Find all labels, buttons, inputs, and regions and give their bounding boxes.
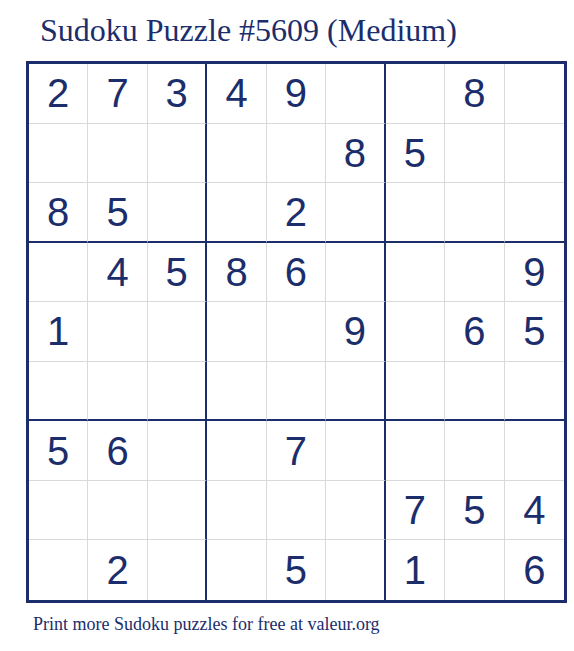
cell-r3c9-empty [505, 183, 564, 243]
cell-r3c4-empty [207, 183, 266, 243]
cell-r7c7-empty [386, 421, 445, 481]
cell-r4c8-empty [445, 243, 504, 303]
cell-r6c3-empty [148, 362, 207, 422]
footer-text: Print more Sudoku puzzles for free at va… [33, 614, 380, 635]
cell-r9c6-empty [326, 540, 385, 600]
cell-r3c8-empty [445, 183, 504, 243]
cell-r5c7-empty [386, 302, 445, 362]
cell-r2c5-empty [267, 124, 326, 184]
cell-r9c7-given: 1 [386, 540, 445, 600]
cell-r1c6-empty [326, 64, 385, 124]
cell-r2c6-given: 8 [326, 124, 385, 184]
cell-r7c8-empty [445, 421, 504, 481]
cell-r2c1-empty [29, 124, 88, 184]
cell-r8c9-given: 4 [505, 481, 564, 541]
cell-r2c3-empty [148, 124, 207, 184]
cell-r7c9-empty [505, 421, 564, 481]
cell-r7c1-given: 5 [29, 421, 88, 481]
cell-r4c7-empty [386, 243, 445, 303]
cell-r3c2-given: 5 [88, 183, 147, 243]
cell-r5c1-given: 1 [29, 302, 88, 362]
cell-r1c4-given: 4 [207, 64, 266, 124]
cell-r8c8-given: 5 [445, 481, 504, 541]
cell-r6c4-empty [207, 362, 266, 422]
cell-r8c4-empty [207, 481, 266, 541]
cell-r4c6-empty [326, 243, 385, 303]
cell-r5c4-empty [207, 302, 266, 362]
cell-r6c1-empty [29, 362, 88, 422]
cell-r4c4-given: 8 [207, 243, 266, 303]
cell-r4c1-empty [29, 243, 88, 303]
page-title: Sudoku Puzzle #5609 (Medium) [40, 12, 457, 49]
cell-r2c7-given: 5 [386, 124, 445, 184]
cell-r7c6-empty [326, 421, 385, 481]
cell-r2c2-empty [88, 124, 147, 184]
cell-r5c8-given: 6 [445, 302, 504, 362]
cell-r9c9-given: 6 [505, 540, 564, 600]
cell-r7c3-empty [148, 421, 207, 481]
cell-r2c8-empty [445, 124, 504, 184]
cell-r6c5-empty [267, 362, 326, 422]
cell-r1c8-given: 8 [445, 64, 504, 124]
cell-r6c7-empty [386, 362, 445, 422]
cell-r6c2-empty [88, 362, 147, 422]
cell-r2c4-empty [207, 124, 266, 184]
cell-r8c3-empty [148, 481, 207, 541]
cell-r7c2-given: 6 [88, 421, 147, 481]
cell-r9c1-empty [29, 540, 88, 600]
cell-r8c7-given: 7 [386, 481, 445, 541]
sudoku-board: 273498858524586919655677542516 [26, 61, 567, 603]
cell-r9c3-empty [148, 540, 207, 600]
cell-r6c8-empty [445, 362, 504, 422]
cell-r2c9-empty [505, 124, 564, 184]
cell-r4c2-given: 4 [88, 243, 147, 303]
cell-r6c9-empty [505, 362, 564, 422]
cell-r1c1-given: 2 [29, 64, 88, 124]
cell-r3c6-empty [326, 183, 385, 243]
cell-r1c7-empty [386, 64, 445, 124]
cell-r1c5-given: 9 [267, 64, 326, 124]
cell-r5c5-empty [267, 302, 326, 362]
cell-r8c1-empty [29, 481, 88, 541]
cell-r3c1-given: 8 [29, 183, 88, 243]
cell-r8c6-empty [326, 481, 385, 541]
cell-r4c5-given: 6 [267, 243, 326, 303]
cell-r4c9-given: 9 [505, 243, 564, 303]
cell-r8c2-empty [88, 481, 147, 541]
cell-r1c9-empty [505, 64, 564, 124]
cell-r6c6-empty [326, 362, 385, 422]
cell-r1c2-given: 7 [88, 64, 147, 124]
cell-r9c8-empty [445, 540, 504, 600]
cell-r9c2-given: 2 [88, 540, 147, 600]
cell-r5c2-empty [88, 302, 147, 362]
cell-r7c5-given: 7 [267, 421, 326, 481]
cell-r3c5-given: 2 [267, 183, 326, 243]
cell-r8c5-empty [267, 481, 326, 541]
cell-r5c9-given: 5 [505, 302, 564, 362]
cell-r9c4-empty [207, 540, 266, 600]
cell-r3c3-empty [148, 183, 207, 243]
cell-r5c3-empty [148, 302, 207, 362]
cell-r3c7-empty [386, 183, 445, 243]
cell-r1c3-given: 3 [148, 64, 207, 124]
cell-r7c4-empty [207, 421, 266, 481]
cell-r5c6-given: 9 [326, 302, 385, 362]
cell-r4c3-given: 5 [148, 243, 207, 303]
cell-r9c5-given: 5 [267, 540, 326, 600]
